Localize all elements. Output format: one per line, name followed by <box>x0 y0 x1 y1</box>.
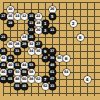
move-number: 50 <box>15 68 19 75</box>
stone-black-17: 17 <box>0 13 7 20</box>
move-number: 40 <box>8 61 12 68</box>
stone-white-36: 36 <box>35 48 42 55</box>
move-number: 1 <box>44 19 46 26</box>
move-number: 62 <box>36 75 40 82</box>
move-number: 35 <box>1 47 5 54</box>
move-number: 6 <box>65 54 67 61</box>
go-diagram: 1026171614121522519131812232031121242583… <box>0 0 100 100</box>
move-number: 22 <box>36 12 40 19</box>
move-number: 42 <box>1 54 5 61</box>
stone-black-19: 19 <box>7 20 14 27</box>
stone-black-31: 31 <box>14 48 21 55</box>
grid-vline <box>80 2 81 97</box>
move-number: 10 <box>8 5 12 12</box>
move-number: 34 <box>29 47 33 54</box>
move-number: 24 <box>22 33 26 40</box>
stone-white-6: 6 <box>63 55 70 62</box>
move-number: 58 <box>29 68 33 75</box>
stone-white-14: 14 <box>14 13 21 20</box>
move-number: 65 <box>8 75 12 82</box>
move-number: 36 <box>36 47 40 54</box>
move-number: 55 <box>15 82 19 89</box>
stone-black-45: 45 <box>21 83 28 90</box>
stone-black-55: 55 <box>14 83 21 90</box>
move-number: 49 <box>50 61 54 68</box>
move-number: 5 <box>51 12 53 19</box>
move-number: 52 <box>43 82 47 89</box>
move-number: 51 <box>15 61 19 68</box>
move-number: 3 <box>44 26 46 33</box>
move-number: 7 <box>44 75 46 82</box>
move-number: 2 <box>72 19 74 26</box>
move-number: 27 <box>36 40 40 47</box>
move-number: 9 <box>44 47 46 54</box>
move-number: 25 <box>29 33 33 40</box>
move-number: 63 <box>1 75 5 82</box>
move-number: 38 <box>29 75 33 82</box>
stone-black-47: 47 <box>42 55 49 62</box>
move-number: 48 <box>15 75 19 82</box>
stone-black-21: 21 <box>0 34 7 41</box>
grid-vline <box>59 2 60 97</box>
stone-white-12: 12 <box>21 13 28 20</box>
move-number: 8 <box>79 33 81 40</box>
move-number: 61 <box>50 68 54 75</box>
move-number: 43 <box>1 61 5 68</box>
move-number: 30 <box>8 40 12 47</box>
go-board[interactable]: 1026171614121522519131812232031121242583… <box>0 0 100 100</box>
stone-white-34: 34 <box>28 48 35 55</box>
move-number: 29 <box>22 40 26 47</box>
stone-white-52: 52 <box>42 83 49 90</box>
stone-black-3: 3 <box>42 27 49 34</box>
move-number: 31 <box>15 47 19 54</box>
move-number: 57 <box>8 68 12 75</box>
move-number: 54 <box>64 68 68 75</box>
move-number: 15 <box>29 12 33 19</box>
stone-black-11: 11 <box>49 27 56 34</box>
move-number: 20 <box>36 26 40 33</box>
stone-black-5: 5 <box>49 13 56 20</box>
stone-white-54: 54 <box>63 69 70 76</box>
move-number: 33 <box>50 82 54 89</box>
move-number: 37 <box>50 47 54 54</box>
grid-vline <box>94 2 95 97</box>
move-number: 47 <box>43 54 47 61</box>
move-number: 67 <box>50 75 54 82</box>
stone-white-30: 30 <box>7 41 14 48</box>
move-number: 16 <box>8 12 12 19</box>
move-number: 12 <box>22 12 26 19</box>
stone-black-33: 33 <box>49 83 56 90</box>
move-number: 4 <box>86 75 88 82</box>
move-number: 19 <box>8 19 12 26</box>
stone-white-4: 4 <box>84 76 91 83</box>
move-number: 59 <box>22 68 26 75</box>
stone-white-2: 2 <box>70 20 77 27</box>
stone-white-8: 8 <box>77 34 84 41</box>
move-number: 41 <box>8 54 12 61</box>
grid-vline <box>66 2 67 97</box>
move-number: 32 <box>29 40 33 47</box>
move-number: 17 <box>1 12 5 19</box>
move-number: 46 <box>1 68 5 75</box>
stone-black-63: 63 <box>0 76 7 83</box>
move-number: 56 <box>57 54 61 61</box>
stone-white-20: 20 <box>35 27 42 34</box>
move-number: 13 <box>29 19 33 26</box>
move-number: 53 <box>29 61 33 68</box>
move-number: 11 <box>50 26 54 33</box>
move-number: 44 <box>22 61 26 68</box>
stone-white-56: 56 <box>56 55 63 62</box>
stone-black-29: 29 <box>21 41 28 48</box>
move-number: 18 <box>36 19 40 26</box>
move-number: 23 <box>29 26 33 33</box>
move-number: 39 <box>50 54 54 61</box>
move-number: 60 <box>22 75 26 82</box>
stone-white-62: 62 <box>35 76 42 83</box>
move-number: 45 <box>22 82 26 89</box>
stone-white-38: 38 <box>28 76 35 83</box>
move-number: 28 <box>15 40 19 47</box>
grid-vline <box>73 2 74 97</box>
move-number: 26 <box>50 5 54 12</box>
move-number: 21 <box>1 33 5 40</box>
stone-black-65: 65 <box>7 76 14 83</box>
move-number: 14 <box>15 12 19 19</box>
